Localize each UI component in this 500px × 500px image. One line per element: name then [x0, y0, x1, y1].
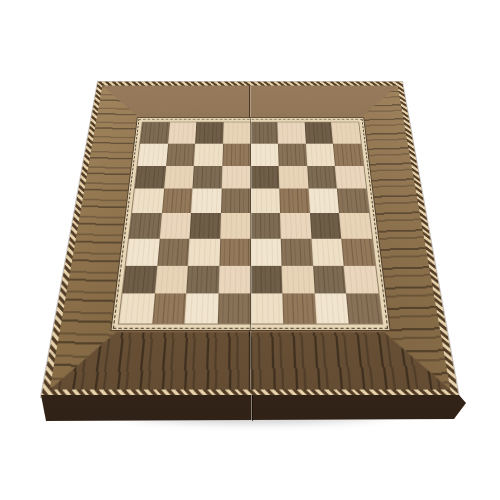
- square-b5[interactable]: [162, 189, 193, 213]
- square-a3[interactable]: [126, 239, 160, 266]
- square-f2[interactable]: [282, 265, 315, 293]
- square-d3[interactable]: [219, 239, 250, 266]
- square-a7[interactable]: [138, 143, 168, 165]
- square-g5[interactable]: [308, 189, 339, 213]
- square-f5[interactable]: [279, 189, 309, 213]
- chessboard-photo: [0, 0, 500, 500]
- square-g3[interactable]: [311, 239, 344, 266]
- square-g8[interactable]: [304, 122, 333, 143]
- square-f3[interactable]: [281, 239, 313, 266]
- square-b7[interactable]: [166, 143, 196, 165]
- square-e2[interactable]: [251, 265, 283, 293]
- square-e5[interactable]: [251, 189, 281, 213]
- square-c2[interactable]: [187, 265, 220, 293]
- square-b3[interactable]: [157, 239, 190, 266]
- fold-seam-edge: [251, 395, 253, 421]
- square-d7[interactable]: [222, 143, 250, 165]
- square-e7[interactable]: [251, 143, 279, 165]
- square-b6[interactable]: [164, 166, 194, 189]
- square-g1[interactable]: [314, 294, 349, 324]
- playing-area: [110, 117, 390, 331]
- square-f6[interactable]: [279, 166, 309, 189]
- square-d6[interactable]: [222, 166, 251, 189]
- square-e3[interactable]: [251, 239, 282, 266]
- square-h4[interactable]: [339, 213, 372, 239]
- square-b8[interactable]: [168, 122, 197, 143]
- square-a2[interactable]: [123, 265, 157, 293]
- square-f4[interactable]: [280, 213, 311, 239]
- square-g6[interactable]: [307, 166, 337, 189]
- square-d2[interactable]: [219, 265, 251, 293]
- square-b1[interactable]: [152, 294, 187, 324]
- square-g4[interactable]: [310, 213, 342, 239]
- square-a6[interactable]: [135, 166, 166, 189]
- square-b4[interactable]: [159, 213, 191, 239]
- square-c6[interactable]: [193, 166, 223, 189]
- square-e1[interactable]: [251, 294, 284, 324]
- square-c5[interactable]: [191, 189, 221, 213]
- square-a1[interactable]: [119, 294, 155, 324]
- square-d8[interactable]: [223, 122, 251, 143]
- square-h6[interactable]: [335, 166, 366, 189]
- square-c3[interactable]: [188, 239, 220, 266]
- square-g2[interactable]: [313, 265, 347, 293]
- square-c1[interactable]: [185, 294, 219, 324]
- square-h8[interactable]: [331, 122, 360, 143]
- square-f7[interactable]: [278, 143, 307, 165]
- square-c8[interactable]: [195, 122, 223, 143]
- square-e6[interactable]: [251, 166, 280, 189]
- square-a4[interactable]: [129, 213, 162, 239]
- square-f8[interactable]: [277, 122, 305, 143]
- square-h3[interactable]: [342, 239, 376, 266]
- square-f1[interactable]: [282, 294, 316, 324]
- square-d1[interactable]: [218, 294, 251, 324]
- square-b2[interactable]: [155, 265, 189, 293]
- square-g7[interactable]: [306, 143, 336, 165]
- square-h5[interactable]: [337, 189, 369, 213]
- square-h7[interactable]: [333, 143, 363, 165]
- square-a5[interactable]: [132, 189, 164, 213]
- square-c7[interactable]: [194, 143, 223, 165]
- square-d4[interactable]: [220, 213, 250, 239]
- square-c4[interactable]: [190, 213, 221, 239]
- fold-seam-board: [249, 118, 251, 330]
- square-e8[interactable]: [251, 122, 279, 143]
- square-e4[interactable]: [251, 213, 281, 239]
- square-h1[interactable]: [346, 294, 382, 324]
- square-d5[interactable]: [221, 189, 251, 213]
- square-h2[interactable]: [344, 265, 378, 293]
- square-a8[interactable]: [140, 122, 169, 143]
